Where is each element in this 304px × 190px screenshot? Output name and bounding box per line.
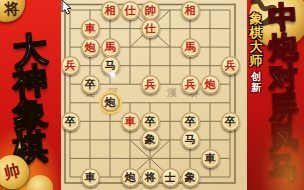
piece-char: 車 xyxy=(125,116,136,127)
piece-char: 士 xyxy=(165,172,176,183)
gold-artwork-glow xyxy=(247,100,304,190)
piece-black[interactable]: 卒 xyxy=(181,112,200,131)
title-char-3: 对 xyxy=(265,62,301,93)
piece-red[interactable]: 帥 xyxy=(141,1,160,20)
piece-black[interactable]: 士 xyxy=(161,168,180,187)
piece-red[interactable]: 仕 xyxy=(121,1,140,20)
piece-red[interactable]: 兵 xyxy=(61,56,80,75)
title-char-1: 中 xyxy=(265,2,301,33)
piece-char: 兵 xyxy=(145,79,156,90)
piece-char: 将 xyxy=(145,172,156,183)
piece-char: 馬 xyxy=(105,42,116,53)
piece-char: 马 xyxy=(105,60,116,71)
piece-char: 車 xyxy=(85,172,96,183)
piece-char: 帥 xyxy=(145,5,156,16)
piece-red[interactable]: 炮 xyxy=(81,38,100,57)
corner-chess-piece: 将 xyxy=(0,0,25,22)
general-piece-char: 帅 xyxy=(2,160,23,184)
piece-char: 車 xyxy=(85,23,96,34)
piece-black[interactable]: 車 xyxy=(201,149,220,168)
piece-char: 卒 xyxy=(65,116,76,127)
piece-black[interactable]: 卒 xyxy=(221,112,240,131)
piece-black[interactable]: 卒 xyxy=(81,75,100,94)
piece-black[interactable]: 卒 xyxy=(61,112,80,131)
video-thumbnail: 楚 河 漢 界 相仕帥相車仕炮馬馬兵马兵卒兵兵炮炮卒車卒卒卒象马車車炮将士象 将… xyxy=(0,0,304,190)
title-char-2: 炮 xyxy=(265,32,301,63)
piece-black[interactable]: 马 xyxy=(181,130,200,149)
piece-char: 卒 xyxy=(185,116,196,127)
piece-black[interactable]: 将 xyxy=(141,168,160,187)
piece-red[interactable]: 相 xyxy=(181,1,200,20)
piece-char: 相 xyxy=(185,5,196,16)
piece-red[interactable]: 馬 xyxy=(181,38,200,57)
corner-piece-char: 将 xyxy=(4,0,19,19)
piece-char: 車 xyxy=(205,153,216,164)
piece-black[interactable]: 炮 xyxy=(121,168,140,187)
piece-char: 马 xyxy=(185,134,196,145)
piece-red[interactable]: 車 xyxy=(81,19,100,38)
piece-char: 卒 xyxy=(225,116,236,127)
piece-red[interactable]: 仕 xyxy=(141,19,160,38)
piece-char: 象 xyxy=(185,172,196,183)
piece-black[interactable]: 象 xyxy=(181,168,200,187)
piece-char: 兵 xyxy=(225,60,236,71)
piece-char: 炮 xyxy=(105,97,116,108)
piece-red[interactable]: 兵 xyxy=(221,56,240,75)
piece-red[interactable]: 相 xyxy=(101,1,120,20)
right-title-banner: 象 棋 大 师 创 新 中 炮 对 屏 风 马 xyxy=(247,0,304,190)
xiangqi-board[interactable]: 楚 河 漢 界 相仕帥相車仕炮馬馬兵马兵卒兵兵炮炮卒車卒卒卒象马車車炮将士象 xyxy=(61,0,247,190)
piece-black[interactable]: 車 xyxy=(81,168,100,187)
piece-char: 馬 xyxy=(185,42,196,53)
piece-red[interactable]: 炮 xyxy=(201,75,220,94)
piece-black[interactable]: 炮 xyxy=(101,93,120,112)
piece-char: 兵 xyxy=(65,60,76,71)
piece-char: 相 xyxy=(105,5,116,16)
piece-char: 兵 xyxy=(185,79,196,90)
piece-char: 炮 xyxy=(85,42,96,53)
piece-char: 炮 xyxy=(205,79,216,90)
piece-black[interactable]: 象 xyxy=(141,130,160,149)
left-title-banner: 将 大 神 象 棋 帅 xyxy=(0,0,61,190)
piece-red[interactable]: 車 xyxy=(121,112,140,131)
piece-char: 仕 xyxy=(125,5,136,16)
piece-char: 炮 xyxy=(125,172,136,183)
piece-red[interactable]: 兵 xyxy=(181,75,200,94)
piece-red[interactable]: 兵 xyxy=(141,75,160,94)
subtitle-char-4: 师 xyxy=(248,52,264,70)
tagline-char-2: 新 xyxy=(250,81,262,95)
move-origin-dot xyxy=(110,72,115,77)
piece-char: 仕 xyxy=(145,23,156,34)
piece-char: 卒 xyxy=(85,79,96,90)
piece-char: 卒 xyxy=(145,116,156,127)
piece-red[interactable]: 馬 xyxy=(101,38,120,57)
piece-black[interactable]: 卒 xyxy=(141,112,160,131)
piece-char: 象 xyxy=(145,134,156,145)
mouse-cursor-icon xyxy=(61,0,72,15)
